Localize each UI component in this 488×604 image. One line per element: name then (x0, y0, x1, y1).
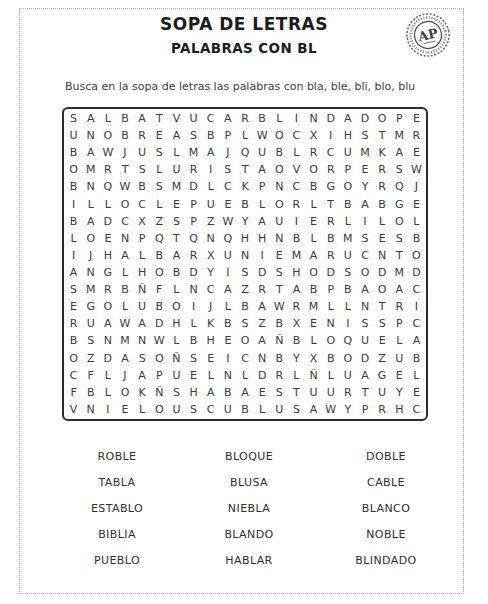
grid-cell: O (356, 264, 373, 281)
grid-cell: E (374, 332, 391, 349)
grid-cell: L (116, 298, 133, 315)
grid-cell: S (374, 315, 391, 332)
grid-cell: B (151, 247, 168, 264)
grid-cell: A (219, 281, 236, 298)
grid-cell: L (99, 367, 116, 384)
grid-cell: T (391, 247, 408, 264)
grid-cell: V (65, 401, 82, 418)
grid-cell: L (99, 196, 116, 213)
grid-cell: W (254, 127, 271, 144)
grid-cell: D (408, 264, 425, 281)
grid-cell: E (408, 196, 425, 213)
grid-cell: O (339, 350, 356, 367)
word-item: PUEBLO (58, 548, 176, 574)
grid-cell: Z (236, 281, 253, 298)
grid-cell: U (339, 247, 356, 264)
grid-cell: J (408, 178, 425, 195)
grid-cell: B (271, 350, 288, 367)
grid-cell: R (374, 161, 391, 178)
grid-cell: B (65, 213, 82, 230)
word-item: HABLAR (193, 548, 305, 574)
grid-cell: B (374, 196, 391, 213)
grid-cell: L (408, 213, 425, 230)
grid-cell: E (408, 144, 425, 161)
grid-cell: U (185, 110, 202, 127)
grid-cell: L (391, 332, 408, 349)
word-column-3: DOBLECABLEBLANCONOBLEBLINDADO (320, 444, 452, 574)
grid-cell: F (65, 384, 82, 401)
word-item: BIBLIA (58, 522, 176, 548)
grid-cell: S (185, 350, 202, 367)
grid-cell: H (254, 230, 271, 247)
grid-cell: S (391, 230, 408, 247)
grid-cell: L (151, 196, 168, 213)
word-item: BLANDO (193, 522, 305, 548)
grid-cell: M (185, 144, 202, 161)
grid-cell: O (65, 161, 82, 178)
grid-cell: H (168, 315, 185, 332)
grid-cell: P (185, 196, 202, 213)
grid-cell: U (134, 144, 151, 161)
grid-cell: B (219, 384, 236, 401)
grid-cell: L (151, 161, 168, 178)
grid-cell: R (374, 178, 391, 195)
word-column-1: ROBLETABLAESTABLOBIBLIAPUEBLO (58, 444, 176, 574)
grid-cell: C (202, 110, 219, 127)
grid-cell: Z (82, 350, 99, 367)
grid-cell: L (65, 230, 82, 247)
grid-cell: O (99, 298, 116, 315)
grid-cell: U (168, 367, 185, 384)
grid-cell: D (185, 264, 202, 281)
grid-cell: T (168, 230, 185, 247)
grid-cell: Ñ (271, 332, 288, 349)
grid-cell: U (271, 213, 288, 230)
grid-cell: L (99, 384, 116, 401)
grid-cell: D (356, 350, 373, 367)
grid-cell: B (65, 332, 82, 349)
grid-cell: M (339, 230, 356, 247)
grid-cell: U (339, 144, 356, 161)
grid-cell: M (82, 161, 99, 178)
grid-cell: X (134, 213, 151, 230)
grid-cell: S (288, 401, 305, 418)
grid-cell: R (288, 196, 305, 213)
grid-cell: H (339, 127, 356, 144)
grid-cell: R (305, 144, 322, 161)
grid-cell: I (322, 127, 339, 144)
grid-cell: C (236, 350, 253, 367)
grid-cell: C (356, 247, 373, 264)
grid-cell: A (82, 144, 99, 161)
grid-cell: E (151, 127, 168, 144)
grid-cell: O (374, 281, 391, 298)
grid-cell: B (305, 178, 322, 195)
grid-cell: R (322, 161, 339, 178)
grid-cell: T (322, 196, 339, 213)
grid-cell: I (219, 350, 236, 367)
grid-cell: A (134, 367, 151, 384)
grid-cell: M (356, 144, 373, 161)
grid-cell: Q (339, 332, 356, 349)
grid-cell: L (254, 196, 271, 213)
grid-cell: E (202, 350, 219, 367)
grid-cell: K (374, 144, 391, 161)
grid-cell: Z (151, 213, 168, 230)
grid-cell: S (271, 384, 288, 401)
grid-cell: O (99, 127, 116, 144)
grid-cell: R (236, 110, 253, 127)
grid-cell: M (391, 127, 408, 144)
grid-cell: B (151, 298, 168, 315)
grid-cell: L (134, 247, 151, 264)
grid-cell: A (391, 144, 408, 161)
grid-cell: B (134, 178, 151, 195)
grid-cell: L (254, 401, 271, 418)
grid-cell: T (236, 161, 253, 178)
grid-cell: H (134, 264, 151, 281)
grid-cell: O (151, 350, 168, 367)
grid-cell: U (322, 384, 339, 401)
grid-cell: S (236, 315, 253, 332)
grid-cell: R (322, 213, 339, 230)
grid-cell: T (116, 161, 133, 178)
grid-cell: W (99, 144, 116, 161)
grid-cell: Q (236, 144, 253, 161)
word-item: ESTABLO (58, 496, 176, 522)
grid-cell: R (391, 298, 408, 315)
grid-cell: B (168, 264, 185, 281)
grid-cell: P (185, 213, 202, 230)
grid-cell: N (236, 247, 253, 264)
grid-cell: A (202, 144, 219, 161)
grid-cell: N (356, 298, 373, 315)
grid-cell: L (288, 367, 305, 384)
grid-cell: N (82, 178, 99, 195)
grid-cell: I (65, 196, 82, 213)
grid-cell: A (305, 247, 322, 264)
grid-cell: O (116, 384, 133, 401)
grid-cell: H (99, 247, 116, 264)
grid-cell: L (322, 367, 339, 384)
grid-cell: I (408, 298, 425, 315)
grid-cell: E (271, 247, 288, 264)
grid-cell: R (339, 384, 356, 401)
grid-cell: R (65, 315, 82, 332)
grid-cell: A (254, 332, 271, 349)
grid-cell: L (236, 367, 253, 384)
grid-cell: L (339, 213, 356, 230)
grid-cell: D (374, 264, 391, 281)
grid-cell: Q (185, 230, 202, 247)
grid-cell: S (168, 213, 185, 230)
grid-cell: N (82, 127, 99, 144)
grid-cell: J (116, 367, 133, 384)
grid-cell: E (408, 384, 425, 401)
grid-cell: B (288, 230, 305, 247)
grid-cell: V (288, 161, 305, 178)
grid-cell: S (356, 315, 373, 332)
grid-cell: E (305, 315, 322, 332)
grid-cell: O (374, 110, 391, 127)
grid-cell: P (339, 161, 356, 178)
grid-cell: O (151, 264, 168, 281)
grid-cell: B (288, 332, 305, 349)
grid-cell: P (391, 315, 408, 332)
grid-cell: A (219, 110, 236, 127)
grid-cell: A (288, 281, 305, 298)
grid-cell: A (134, 315, 151, 332)
grid-cell: E (356, 161, 373, 178)
grid-cell: L (202, 178, 219, 195)
grid-cell: E (168, 196, 185, 213)
grid-cell: L (339, 298, 356, 315)
grid-cell: S (65, 281, 82, 298)
grid-cell: S (65, 110, 82, 127)
grid-cell: R (288, 298, 305, 315)
grid-cell: A (254, 161, 271, 178)
grid-cell: C (202, 281, 219, 298)
grid-cell: B (254, 110, 271, 127)
grid-cell: M (288, 247, 305, 264)
grid-cell: U (134, 298, 151, 315)
grid-cell: U (356, 332, 373, 349)
grid-cell: N (322, 315, 339, 332)
grid-cell: S (185, 127, 202, 144)
grid-cell: B (236, 401, 253, 418)
grid-cell: G (82, 298, 99, 315)
grid-cell: O (168, 298, 185, 315)
grid-cell: S (134, 350, 151, 367)
grid-cell: U (391, 350, 408, 367)
grid-cell: E (99, 230, 116, 247)
grid-cell: A (65, 264, 82, 281)
grid-cell: B (116, 110, 133, 127)
grid-cell: Ñ (134, 281, 151, 298)
grid-cell: G (99, 264, 116, 281)
grid-cell: C (322, 144, 339, 161)
grid-cell: M (391, 264, 408, 281)
grid-cell: X (288, 315, 305, 332)
grid-cell: Z (202, 213, 219, 230)
grid-cell: D (356, 110, 373, 127)
grid-cell: B (65, 144, 82, 161)
grid-cell: D (254, 264, 271, 281)
word-item: NOBLE (320, 522, 452, 548)
grid-cell: A (391, 281, 408, 298)
grid-cell: A (254, 298, 271, 315)
grid-cell: U (219, 401, 236, 418)
grid-cell: Y (236, 213, 253, 230)
grid-cell: J (219, 144, 236, 161)
grid-cell: Y (356, 178, 373, 195)
grid-cell: P (219, 127, 236, 144)
grid-cell: R (408, 127, 425, 144)
grid-cell: N (374, 247, 391, 264)
ap-stamp-logo: AP (400, 7, 457, 64)
grid-cell: U (374, 384, 391, 401)
word-item: DOBLE (320, 444, 452, 470)
grid-cell: G (322, 178, 339, 195)
grid-cell: T (374, 127, 391, 144)
grid-cell: L (99, 110, 116, 127)
grid-cell: A (254, 213, 271, 230)
grid-cell: N (99, 332, 116, 349)
grid-cell: L (305, 230, 322, 247)
grid-cell: P (134, 230, 151, 247)
grid-cell: A (82, 110, 99, 127)
grid-cell: R (374, 401, 391, 418)
grid-cell: L (168, 144, 185, 161)
grid-cell: B (305, 281, 322, 298)
word-item: ROBLE (58, 444, 176, 470)
grid-cell: S (339, 264, 356, 281)
grid-cell: C (116, 213, 133, 230)
grid-cell: U (168, 401, 185, 418)
grid-cell: O (116, 196, 133, 213)
grid-cell: E (305, 213, 322, 230)
grid-cell: Y (391, 384, 408, 401)
grid-cell: L (305, 332, 322, 349)
grid-cell: K (202, 315, 219, 332)
word-item: BLUSA (193, 470, 305, 496)
grid-cell: A (202, 384, 219, 401)
letter-grid: SALBATVUCARBLINDADOPEUNOBREASBPLWOCXIHST… (62, 107, 428, 421)
grid-cell: I (288, 213, 305, 230)
grid-cell: K (134, 384, 151, 401)
grid-cell: L (116, 264, 133, 281)
grid-cell: B (408, 350, 425, 367)
grid-cell: R (254, 281, 271, 298)
grid-cell: O (408, 247, 425, 264)
grid-cell: S (82, 332, 99, 349)
word-item: BLOQUE (193, 444, 305, 470)
grid-cell: L (168, 332, 185, 349)
grid-cell: O (271, 196, 288, 213)
grid-cell: N (82, 401, 99, 418)
word-item: BLANCO (320, 496, 452, 522)
grid-cell: I (185, 298, 202, 315)
grid-cell: L (305, 196, 322, 213)
grid-cell: D (322, 110, 339, 127)
grid-cell: B (271, 315, 288, 332)
grid-cell: D (151, 315, 168, 332)
grid-cell: L (288, 144, 305, 161)
grid-cell: R (99, 281, 116, 298)
grid-cell: M (168, 178, 185, 195)
grid-cell: P (151, 367, 168, 384)
grid-cell: U (168, 161, 185, 178)
grid-cell: O (65, 350, 82, 367)
grid-cell: H (236, 230, 253, 247)
grid-cell: L (134, 401, 151, 418)
grid-cell: P (356, 401, 373, 418)
word-item: TABLA (58, 470, 176, 496)
grid-cell: A (116, 350, 133, 367)
grid-cell: S (134, 161, 151, 178)
grid-cell: Q (219, 230, 236, 247)
grid-cell: D (99, 213, 116, 230)
grid-cell: C (65, 367, 82, 384)
grid-cell: Ñ (168, 350, 185, 367)
grid-cell: L (202, 367, 219, 384)
grid-cell: N (82, 264, 99, 281)
grid-cell: O (305, 161, 322, 178)
grid-cell: S (356, 127, 373, 144)
grid-cell: E (219, 196, 236, 213)
grid-cell: A (339, 110, 356, 127)
grid-cell: T (356, 384, 373, 401)
grid-cell: W (322, 401, 339, 418)
grid-cell: U (305, 384, 322, 401)
grid-cell: O (151, 401, 168, 418)
word-item: CABLE (320, 470, 452, 496)
grid-cell: D (254, 367, 271, 384)
grid-cell: U (65, 127, 82, 144)
grid-cell: D (322, 264, 339, 281)
grid-cell: Q (151, 230, 168, 247)
grid-cell: X (305, 127, 322, 144)
grid-cell: T (288, 384, 305, 401)
grid-cell: S (356, 230, 373, 247)
grid-cell: E (116, 401, 133, 418)
grid-cell: E (374, 230, 391, 247)
grid-cell: N (271, 230, 288, 247)
grid-cell: I (219, 264, 236, 281)
grid-cell: S (185, 401, 202, 418)
grid-cell: A (356, 281, 373, 298)
grid-cell: O (305, 264, 322, 281)
grid-cell: S (151, 178, 168, 195)
grid-cell: Y (339, 401, 356, 418)
grid-cell: B (271, 144, 288, 161)
grid-cell: U (339, 367, 356, 384)
grid-cell: P (391, 110, 408, 127)
grid-cell: X (202, 247, 219, 264)
grid-cell: P (254, 178, 271, 195)
grid-cell: L (374, 213, 391, 230)
grid-cell: B (219, 315, 236, 332)
grid-cell: Ñ (151, 384, 168, 401)
grid-cell: L (322, 298, 339, 315)
grid-cell: N (134, 332, 151, 349)
grid-cell: I (356, 213, 373, 230)
grid-cell: B (185, 332, 202, 349)
grid-cell: N (219, 367, 236, 384)
grid-cell: E (254, 384, 271, 401)
grid-cell: H (202, 332, 219, 349)
grid-cell: O (271, 127, 288, 144)
word-item: BLINDADO (320, 548, 452, 574)
grid-cell: A (116, 247, 133, 264)
grid-cell: C (408, 315, 425, 332)
grid-cell: V (168, 110, 185, 127)
grid-cell: B (322, 350, 339, 367)
grid-cell: D (99, 350, 116, 367)
grid-cell: T (151, 110, 168, 127)
grid-cell: L (236, 127, 253, 144)
grid-cell: G (374, 367, 391, 384)
grid-cell: B (236, 196, 253, 213)
grid-cell: B (202, 127, 219, 144)
grid-cell: H (185, 384, 202, 401)
grid-cell: C (408, 401, 425, 418)
grid-cell: E (185, 367, 202, 384)
grid-cell: W (408, 161, 425, 178)
grid-cell: N (185, 281, 202, 298)
grid-cell: A (236, 384, 253, 401)
grid-cell: W (271, 298, 288, 315)
